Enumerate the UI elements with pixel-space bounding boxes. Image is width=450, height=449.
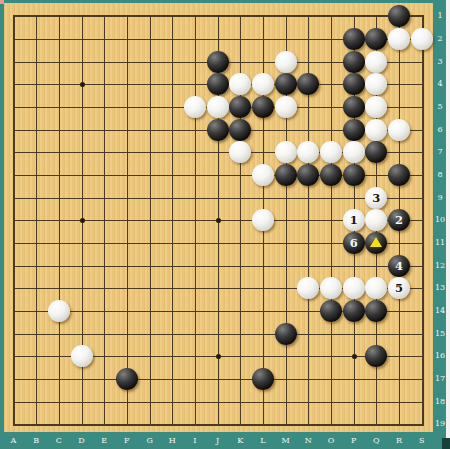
row-label-1: 1 bbox=[432, 11, 448, 21]
row-label-13: 13 bbox=[432, 283, 448, 293]
stone-white-M7[interactable] bbox=[275, 141, 297, 163]
row-label-11: 11 bbox=[432, 238, 448, 248]
stone-white-J5[interactable] bbox=[207, 96, 229, 118]
stone-white-D16[interactable] bbox=[71, 345, 93, 367]
column-label-N: N bbox=[297, 436, 319, 446]
stone-black-M8[interactable] bbox=[275, 164, 297, 186]
stone-white-L8[interactable] bbox=[252, 164, 274, 186]
stone-black-R12-move-4[interactable]: 4 bbox=[388, 255, 410, 277]
column-label-Q: Q bbox=[365, 436, 387, 446]
stone-black-P4[interactable] bbox=[343, 73, 365, 95]
row-label-2: 2 bbox=[432, 34, 448, 44]
star-point bbox=[80, 82, 85, 87]
stone-black-M4[interactable] bbox=[275, 73, 297, 95]
stone-white-S2[interactable] bbox=[411, 28, 433, 50]
star-point bbox=[80, 218, 85, 223]
stone-white-Q3[interactable] bbox=[365, 51, 387, 73]
row-label-12: 12 bbox=[432, 261, 448, 271]
column-label-C: C bbox=[48, 436, 70, 446]
row-label-6: 6 bbox=[432, 125, 448, 135]
column-label-H: H bbox=[161, 436, 183, 446]
stone-black-F17[interactable] bbox=[116, 368, 138, 390]
stone-black-P2[interactable] bbox=[343, 28, 365, 50]
column-label-A: A bbox=[3, 436, 25, 446]
stone-white-R2[interactable] bbox=[388, 28, 410, 50]
column-label-P: P bbox=[343, 436, 365, 446]
column-label-D: D bbox=[71, 436, 93, 446]
stone-black-P8[interactable] bbox=[343, 164, 365, 186]
stone-black-P6[interactable] bbox=[343, 119, 365, 141]
column-label-G: G bbox=[139, 436, 161, 446]
stone-white-I5[interactable] bbox=[184, 96, 206, 118]
row-label-19: 19 bbox=[432, 419, 448, 429]
stone-black-J3[interactable] bbox=[207, 51, 229, 73]
board-overlay: 31264512345678910111213141516171819ABCDE… bbox=[0, 0, 450, 449]
row-label-8: 8 bbox=[432, 170, 448, 180]
stone-black-P3[interactable] bbox=[343, 51, 365, 73]
star-point bbox=[216, 218, 221, 223]
row-label-18: 18 bbox=[432, 397, 448, 407]
stone-black-K6[interactable] bbox=[229, 119, 251, 141]
row-label-9: 9 bbox=[432, 193, 448, 203]
row-label-16: 16 bbox=[432, 351, 448, 361]
stone-black-P14[interactable] bbox=[343, 300, 365, 322]
stone-white-R6[interactable] bbox=[388, 119, 410, 141]
stone-black-M15[interactable] bbox=[275, 323, 297, 345]
row-label-17: 17 bbox=[432, 374, 448, 384]
column-label-E: E bbox=[93, 436, 115, 446]
stone-white-Q6[interactable] bbox=[365, 119, 387, 141]
stone-black-P5[interactable] bbox=[343, 96, 365, 118]
row-label-14: 14 bbox=[432, 306, 448, 316]
stone-black-L17[interactable] bbox=[252, 368, 274, 390]
stone-black-J6[interactable] bbox=[207, 119, 229, 141]
row-label-7: 7 bbox=[432, 147, 448, 157]
stone-white-C14[interactable] bbox=[48, 300, 70, 322]
stone-white-P7[interactable] bbox=[343, 141, 365, 163]
column-label-J: J bbox=[207, 436, 229, 446]
column-label-K: K bbox=[229, 436, 251, 446]
stone-black-R8[interactable] bbox=[388, 164, 410, 186]
column-label-M: M bbox=[275, 436, 297, 446]
row-label-4: 4 bbox=[432, 79, 448, 89]
column-label-S: S bbox=[411, 436, 433, 446]
stone-white-M5[interactable] bbox=[275, 96, 297, 118]
triangle-marker-icon bbox=[370, 237, 382, 247]
column-label-F: F bbox=[116, 436, 138, 446]
stone-black-P11-move-6[interactable]: 6 bbox=[343, 232, 365, 254]
row-label-10: 10 bbox=[432, 215, 448, 225]
stone-white-P13[interactable] bbox=[343, 277, 365, 299]
row-label-3: 3 bbox=[432, 57, 448, 67]
row-label-5: 5 bbox=[432, 102, 448, 112]
stone-black-O14[interactable] bbox=[320, 300, 342, 322]
column-label-R: R bbox=[388, 436, 410, 446]
row-label-15: 15 bbox=[432, 329, 448, 339]
column-label-B: B bbox=[25, 436, 47, 446]
stone-white-M3[interactable] bbox=[275, 51, 297, 73]
stone-black-O8[interactable] bbox=[320, 164, 342, 186]
stone-black-L5[interactable] bbox=[252, 96, 274, 118]
go-diagram-screen: 31264512345678910111213141516171819ABCDE… bbox=[0, 0, 450, 449]
column-label-L: L bbox=[252, 436, 274, 446]
stone-white-P10-move-1[interactable]: 1 bbox=[343, 209, 365, 231]
stone-black-J4[interactable] bbox=[207, 73, 229, 95]
column-label-I: I bbox=[184, 436, 206, 446]
column-label-O: O bbox=[320, 436, 342, 446]
stone-white-Q9-move-3[interactable]: 3 bbox=[365, 187, 387, 209]
